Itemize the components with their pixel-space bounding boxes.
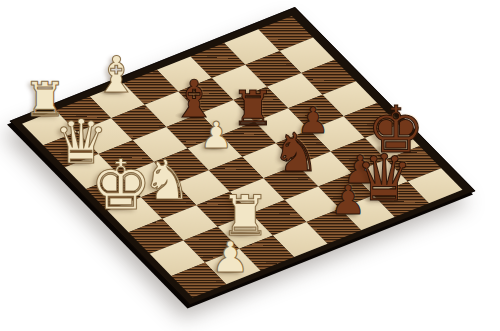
chess-board: [10, 7, 476, 305]
board-grid: [22, 16, 462, 297]
product-photo: ♜♝♛♚♞♟♜♟♝♜♟♞♟♚♛♟: [0, 0, 500, 331]
